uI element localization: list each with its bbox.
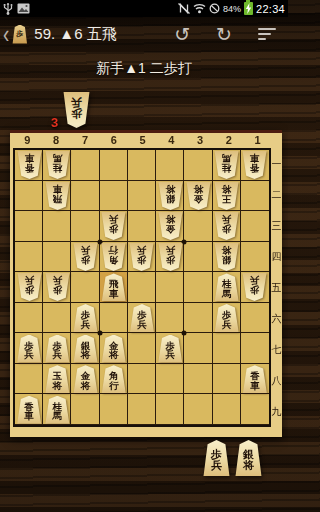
rank-label-6: 六 (271, 303, 282, 334)
gote-hand[interactable]: 歩兵 3 (63, 92, 90, 128)
square-8-1[interactable] (43, 150, 71, 181)
image-icon (17, 3, 30, 14)
file-label-6: 6 (99, 133, 128, 148)
square-6-6[interactable] (100, 303, 128, 334)
square-6-4[interactable] (100, 242, 128, 273)
square-4-9[interactable] (156, 394, 184, 425)
blocked-icon (209, 3, 220, 14)
square-3-9[interactable] (184, 394, 212, 425)
undo-icon[interactable]: ↺ (174, 25, 190, 44)
redo-icon[interactable]: ↻ (216, 25, 232, 44)
status-bar: 84% 22:34 (0, 0, 288, 17)
square-6-8[interactable] (100, 364, 128, 395)
square-3-4[interactable] (184, 242, 212, 273)
square-1-6[interactable] (241, 303, 269, 334)
square-5-8[interactable] (128, 364, 156, 395)
square-4-2[interactable] (156, 181, 184, 212)
file-label-4: 4 (157, 133, 186, 148)
square-3-5[interactable] (184, 272, 212, 303)
gote-hand-pawn-count: 3 (51, 115, 58, 130)
square-1-9[interactable] (241, 394, 269, 425)
square-6-5[interactable] (100, 272, 128, 303)
file-label-9: 9 (13, 133, 42, 148)
square-5-2[interactable] (128, 181, 156, 212)
square-8-9[interactable] (43, 394, 71, 425)
square-7-3[interactable] (71, 211, 99, 242)
square-1-5[interactable] (241, 272, 269, 303)
square-9-1[interactable] (15, 150, 43, 181)
square-9-2[interactable] (15, 181, 43, 212)
hoshi-dot (182, 239, 187, 244)
square-5-3[interactable] (128, 211, 156, 242)
square-4-6[interactable] (156, 303, 184, 334)
square-5-9[interactable] (128, 394, 156, 425)
file-labels: 987654321 (13, 133, 272, 148)
square-1-2[interactable] (241, 181, 269, 212)
shogi-board: 987654321 一二三四五六七八九 香車桂馬桂馬香車飛車銀将金将王将歩兵金将… (10, 130, 282, 437)
file-label-5: 5 (128, 133, 157, 148)
square-1-3[interactable] (241, 211, 269, 242)
square-1-8[interactable] (241, 364, 269, 395)
square-3-7[interactable] (184, 333, 212, 364)
square-6-9[interactable] (100, 394, 128, 425)
battery-percent: 84% (223, 4, 241, 14)
square-5-6[interactable] (128, 303, 156, 334)
rank-label-3: 三 (271, 210, 282, 241)
square-7-9[interactable] (71, 394, 99, 425)
file-label-2: 2 (214, 133, 243, 148)
file-label-3: 3 (186, 133, 215, 148)
square-8-5[interactable] (43, 272, 71, 303)
square-7-7[interactable] (71, 333, 99, 364)
square-2-1[interactable] (213, 150, 241, 181)
square-8-4[interactable] (43, 242, 71, 273)
square-3-1[interactable] (184, 150, 212, 181)
square-1-7[interactable] (241, 333, 269, 364)
square-9-6[interactable] (15, 303, 43, 334)
square-9-9[interactable] (15, 394, 43, 425)
square-4-1[interactable] (156, 150, 184, 181)
square-2-3[interactable] (213, 211, 241, 242)
usb-icon (3, 2, 13, 15)
rank-label-4: 四 (271, 241, 282, 272)
hoshi-dot (182, 331, 187, 336)
app-icon[interactable]: 歩 (12, 25, 27, 44)
file-label-8: 8 (42, 133, 71, 148)
square-8-7[interactable] (43, 333, 71, 364)
square-6-3[interactable] (100, 211, 128, 242)
square-5-1[interactable] (128, 150, 156, 181)
square-9-8[interactable] (15, 364, 43, 395)
sente-hand[interactable]: 歩兵銀将 (203, 440, 262, 476)
square-4-7[interactable] (156, 333, 184, 364)
square-4-4[interactable] (156, 242, 184, 273)
square-2-8[interactable] (213, 364, 241, 395)
square-2-2[interactable] (213, 181, 241, 212)
rank-labels: 一二三四五六七八九 (271, 148, 282, 427)
square-2-9[interactable] (213, 394, 241, 425)
square-5-5[interactable] (128, 272, 156, 303)
square-7-2[interactable] (71, 181, 99, 212)
back-button[interactable]: ‹ (3, 21, 9, 47)
square-7-6[interactable] (71, 303, 99, 334)
square-7-8[interactable] (71, 364, 99, 395)
square-6-7[interactable] (100, 333, 128, 364)
wifi-icon (193, 3, 206, 14)
square-6-2[interactable] (100, 181, 128, 212)
hoshi-dot (97, 239, 102, 244)
board-grid[interactable] (13, 148, 271, 427)
square-7-5[interactable] (71, 272, 99, 303)
square-4-5[interactable] (156, 272, 184, 303)
square-8-8[interactable] (43, 364, 71, 395)
menu-icon[interactable] (258, 28, 276, 40)
gote-hand-pawn[interactable]: 歩兵 (63, 92, 90, 128)
battery-icon (244, 2, 253, 15)
rank-label-5: 五 (271, 272, 282, 303)
square-3-8[interactable] (184, 364, 212, 395)
square-4-3[interactable] (156, 211, 184, 242)
clock: 22:34 (256, 3, 285, 15)
square-3-3[interactable] (184, 211, 212, 242)
square-8-6[interactable] (43, 303, 71, 334)
nfc-off-icon (178, 3, 190, 14)
hoshi-dot (97, 331, 102, 336)
file-label-1: 1 (243, 133, 272, 148)
sente-hand-銀将[interactable]: 銀将 (235, 440, 262, 476)
square-2-5[interactable] (213, 272, 241, 303)
square-9-5[interactable] (15, 272, 43, 303)
square-2-6[interactable] (213, 303, 241, 334)
square-7-4[interactable] (71, 242, 99, 273)
sente-hand-歩兵[interactable]: 歩兵 (203, 440, 230, 476)
square-9-4[interactable] (15, 242, 43, 273)
square-9-7[interactable] (15, 333, 43, 364)
square-8-2[interactable] (43, 181, 71, 212)
square-3-6[interactable] (184, 303, 212, 334)
square-5-4[interactable] (128, 242, 156, 273)
square-2-7[interactable] (213, 333, 241, 364)
move-comment: 新手▲1 二歩打 (0, 60, 288, 78)
move-title: 59. ▲6 五飛 (34, 25, 116, 44)
square-2-4[interactable] (213, 242, 241, 273)
square-8-3[interactable] (43, 211, 71, 242)
toolbar: ‹ 歩 59. ▲6 五飛 ↺ ↻ (0, 19, 288, 49)
square-3-2[interactable] (184, 181, 212, 212)
rank-label-8: 八 (271, 365, 282, 396)
square-6-1[interactable] (100, 150, 128, 181)
rank-label-9: 九 (271, 396, 282, 427)
rank-label-1: 一 (271, 148, 282, 179)
file-label-7: 7 (71, 133, 100, 148)
square-5-7[interactable] (128, 333, 156, 364)
rank-label-7: 七 (271, 334, 282, 365)
square-9-3[interactable] (15, 211, 43, 242)
square-1-4[interactable] (241, 242, 269, 273)
square-4-8[interactable] (156, 364, 184, 395)
square-1-1[interactable] (241, 150, 269, 181)
square-7-1[interactable] (71, 150, 99, 181)
rank-label-2: 二 (271, 179, 282, 210)
